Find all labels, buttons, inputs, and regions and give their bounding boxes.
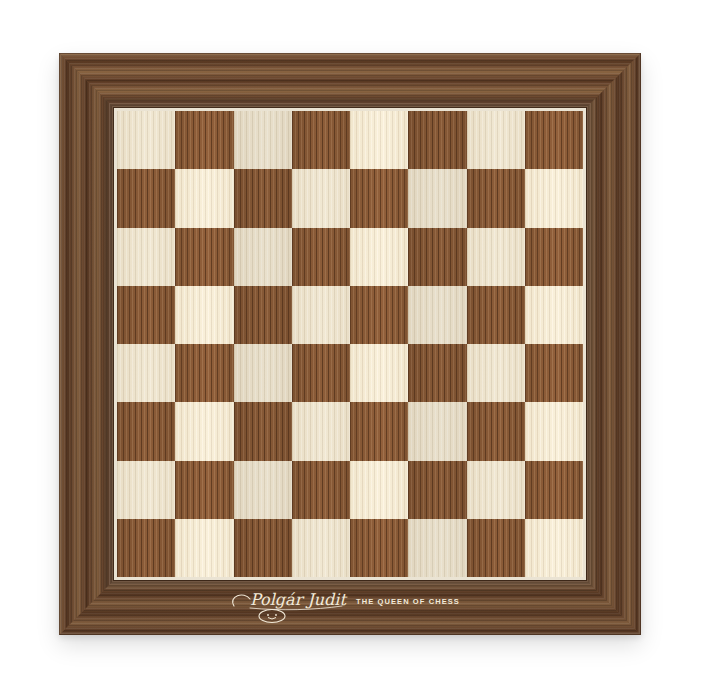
square-a6	[117, 228, 175, 286]
square-e8	[350, 111, 408, 169]
square-b7	[175, 169, 233, 227]
square-d4	[292, 344, 350, 402]
square-d2	[292, 461, 350, 519]
square-b1	[175, 519, 233, 577]
square-h5	[525, 286, 583, 344]
square-d5	[292, 286, 350, 344]
square-c4	[234, 344, 292, 402]
square-b5	[175, 286, 233, 344]
square-f1	[408, 519, 466, 577]
square-c1	[234, 519, 292, 577]
square-h8	[525, 111, 583, 169]
square-d8	[292, 111, 350, 169]
square-h6	[525, 228, 583, 286]
square-a2	[117, 461, 175, 519]
square-e7	[350, 169, 408, 227]
square-e6	[350, 228, 408, 286]
square-b4	[175, 344, 233, 402]
square-a5	[117, 286, 175, 344]
square-b3	[175, 402, 233, 460]
square-b8	[175, 111, 233, 169]
square-e4	[350, 344, 408, 402]
square-g1	[467, 519, 525, 577]
square-g4	[467, 344, 525, 402]
square-c7	[234, 169, 292, 227]
board-grid	[117, 111, 583, 577]
square-g8	[467, 111, 525, 169]
square-b6	[175, 228, 233, 286]
square-f3	[408, 402, 466, 460]
square-a7	[117, 169, 175, 227]
square-f5	[408, 286, 466, 344]
square-h1	[525, 519, 583, 577]
square-f4	[408, 344, 466, 402]
square-h4	[525, 344, 583, 402]
square-h7	[525, 169, 583, 227]
square-f7	[408, 169, 466, 227]
photo-backdrop: Polgár Judit THE QUEEN OF CHESS	[0, 0, 701, 693]
square-f8	[408, 111, 466, 169]
square-c5	[234, 286, 292, 344]
square-a4	[117, 344, 175, 402]
square-c8	[234, 111, 292, 169]
maple-inlay-border	[114, 108, 586, 580]
square-e5	[350, 286, 408, 344]
square-e2	[350, 461, 408, 519]
square-h3	[525, 402, 583, 460]
square-a8	[117, 111, 175, 169]
square-f6	[408, 228, 466, 286]
chess-board: Polgár Judit THE QUEEN OF CHESS	[59, 53, 641, 635]
square-e1	[350, 519, 408, 577]
square-d7	[292, 169, 350, 227]
square-c2	[234, 461, 292, 519]
square-h2	[525, 461, 583, 519]
square-g7	[467, 169, 525, 227]
square-d6	[292, 228, 350, 286]
square-g5	[467, 286, 525, 344]
square-a1	[117, 519, 175, 577]
square-b2	[175, 461, 233, 519]
square-a3	[117, 402, 175, 460]
square-d1	[292, 519, 350, 577]
square-f2	[408, 461, 466, 519]
square-c6	[234, 228, 292, 286]
square-d3	[292, 402, 350, 460]
square-g2	[467, 461, 525, 519]
square-c3	[234, 402, 292, 460]
square-e3	[350, 402, 408, 460]
square-g6	[467, 228, 525, 286]
square-g3	[467, 402, 525, 460]
